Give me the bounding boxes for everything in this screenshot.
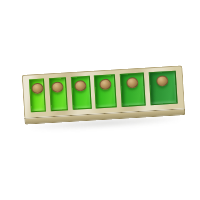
product-photo-scene	[0, 0, 200, 200]
piece-knob-4[interactable]	[99, 79, 112, 91]
puzzle-piece-4[interactable]	[94, 74, 117, 108]
puzzle-piece-5[interactable]	[120, 73, 146, 107]
slot-grid	[29, 71, 178, 113]
piece-knob-3[interactable]	[74, 80, 87, 92]
piece-knob-5[interactable]	[126, 77, 139, 89]
piece-knob-2[interactable]	[51, 81, 64, 93]
puzzle-board	[22, 65, 186, 124]
puzzle-piece-2[interactable]	[49, 77, 68, 111]
puzzle-piece-1[interactable]	[29, 79, 46, 113]
piece-knob-1[interactable]	[31, 83, 44, 95]
piece-knob-6[interactable]	[156, 75, 169, 87]
puzzle-piece-6[interactable]	[149, 71, 178, 106]
puzzle-piece-3[interactable]	[70, 76, 91, 110]
